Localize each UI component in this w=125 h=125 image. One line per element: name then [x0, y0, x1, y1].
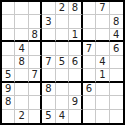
given-digit: 8: [31, 30, 37, 40]
cell-r3c2[interactable]: [15, 29, 28, 42]
given-digit: 9: [72, 97, 78, 107]
cell-r4c2[interactable]: 4: [15, 42, 28, 55]
cell-r9c4[interactable]: 5: [42, 110, 55, 123]
cell-r7c3[interactable]: [29, 83, 42, 96]
cell-r5c6[interactable]: 6: [69, 56, 82, 69]
given-digit: 1: [72, 30, 78, 40]
given-digit: 5: [45, 111, 51, 121]
cell-r2c2[interactable]: [15, 15, 28, 28]
cell-r6c8[interactable]: 1: [96, 69, 109, 82]
cell-r7c4[interactable]: 8: [42, 83, 55, 96]
cell-r4c7[interactable]: 7: [83, 42, 96, 55]
given-digit: 7: [86, 44, 92, 54]
cell-r6c4[interactable]: [42, 69, 55, 82]
cell-r7c7[interactable]: 6: [83, 83, 96, 96]
given-digit: 8: [5, 97, 11, 107]
given-digit: 6: [113, 44, 119, 54]
given-digit: 6: [72, 57, 78, 67]
cell-r5c7[interactable]: [83, 56, 96, 69]
cell-r2c4[interactable]: 3: [42, 15, 55, 28]
cell-r6c2[interactable]: [15, 69, 28, 82]
given-digit: 4: [99, 57, 105, 67]
cell-r1c9[interactable]: [110, 2, 123, 15]
cell-r9c3[interactable]: [29, 110, 42, 123]
cell-r4c9[interactable]: 6: [110, 42, 123, 55]
cell-r9c6[interactable]: [69, 110, 82, 123]
cell-r6c6[interactable]: [69, 69, 82, 82]
cell-r1c7[interactable]: [83, 2, 96, 15]
cell-r3c3[interactable]: 8: [29, 29, 42, 42]
cell-r8c4[interactable]: [42, 96, 55, 109]
cell-r1c4[interactable]: [42, 2, 55, 15]
cell-r4c1[interactable]: [2, 42, 15, 55]
cell-r2c1[interactable]: [2, 15, 15, 28]
given-digit: 6: [86, 84, 92, 94]
given-digit: 4: [18, 44, 24, 54]
cell-r6c9[interactable]: [110, 69, 123, 82]
cell-r8c5[interactable]: [56, 96, 69, 109]
cell-r3c1[interactable]: [2, 29, 15, 42]
cell-r3c7[interactable]: [83, 29, 96, 42]
given-digit: 9: [5, 84, 11, 94]
cell-r7c6[interactable]: [69, 83, 82, 96]
cell-r8c3[interactable]: [29, 96, 42, 109]
given-digit: 7: [45, 57, 51, 67]
cell-r8c9[interactable]: [110, 96, 123, 109]
cell-r9c8[interactable]: [96, 110, 109, 123]
cell-r5c5[interactable]: 5: [56, 56, 69, 69]
cell-r7c1[interactable]: 9: [2, 83, 15, 96]
cell-r3c8[interactable]: [96, 29, 109, 42]
cell-r3c9[interactable]: 4: [110, 29, 123, 42]
given-digit: 8: [45, 84, 51, 94]
cell-r4c4[interactable]: [42, 42, 55, 55]
cell-r8c6[interactable]: 9: [69, 96, 82, 109]
given-digit: 4: [113, 30, 119, 40]
cell-r3c5[interactable]: [56, 29, 69, 42]
cell-r2c6[interactable]: [69, 15, 82, 28]
cell-r2c7[interactable]: [83, 15, 96, 28]
sudoku-board: 287388144768756457198689254: [0, 0, 125, 125]
cell-r4c3[interactable]: [29, 42, 42, 55]
cell-r2c9[interactable]: 8: [110, 15, 123, 28]
cell-r5c3[interactable]: [29, 56, 42, 69]
cell-r3c4[interactable]: [42, 29, 55, 42]
cell-r5c8[interactable]: 4: [96, 56, 109, 69]
cell-r2c3[interactable]: [29, 15, 42, 28]
given-digit: 5: [5, 70, 11, 80]
given-digit: 8: [72, 3, 78, 13]
cell-r1c2[interactable]: [15, 2, 28, 15]
cell-r6c3[interactable]: 7: [29, 69, 42, 82]
cell-r1c1[interactable]: [2, 2, 15, 15]
cell-r1c3[interactable]: [29, 2, 42, 15]
given-digit: 7: [31, 70, 37, 80]
cell-r6c5[interactable]: [56, 69, 69, 82]
cell-r5c9[interactable]: [110, 56, 123, 69]
cell-r9c7[interactable]: [83, 110, 96, 123]
given-digit: 3: [45, 17, 51, 27]
given-digit: 5: [59, 57, 65, 67]
cell-r4c6[interactable]: [69, 42, 82, 55]
cell-r2c5[interactable]: [56, 15, 69, 28]
given-digit: 4: [59, 111, 65, 121]
given-digit: 2: [18, 111, 24, 121]
cell-r2c8[interactable]: [96, 15, 109, 28]
cell-r7c5[interactable]: [56, 83, 69, 96]
cell-r4c5[interactable]: [56, 42, 69, 55]
cell-r5c2[interactable]: 8: [15, 56, 28, 69]
cell-r1c6[interactable]: 8: [69, 2, 82, 15]
cell-r9c5[interactable]: 4: [56, 110, 69, 123]
cell-r1c5[interactable]: 2: [56, 2, 69, 15]
cell-r9c2[interactable]: 2: [15, 110, 28, 123]
cell-r8c7[interactable]: [83, 96, 96, 109]
cell-r9c9[interactable]: [110, 110, 123, 123]
cell-r7c2[interactable]: [15, 83, 28, 96]
cell-r8c2[interactable]: [15, 96, 28, 109]
cell-r6c7[interactable]: [83, 69, 96, 82]
cell-r7c8[interactable]: [96, 83, 109, 96]
cell-r3c6[interactable]: 1: [69, 29, 82, 42]
given-digit: 7: [99, 3, 105, 13]
cell-r5c1[interactable]: [2, 56, 15, 69]
given-digit: 8: [18, 57, 24, 67]
cell-r8c8[interactable]: [96, 96, 109, 109]
given-digit: 1: [99, 70, 105, 80]
cell-r7c9[interactable]: [110, 83, 123, 96]
cell-r5c4[interactable]: 7: [42, 56, 55, 69]
cell-r9c1[interactable]: [2, 110, 15, 123]
cell-r8c1[interactable]: 8: [2, 96, 15, 109]
cell-r1c8[interactable]: 7: [96, 2, 109, 15]
cell-r6c1[interactable]: 5: [2, 69, 15, 82]
given-digit: 8: [113, 17, 119, 27]
given-digit: 2: [59, 3, 65, 13]
cell-r4c8[interactable]: [96, 42, 109, 55]
